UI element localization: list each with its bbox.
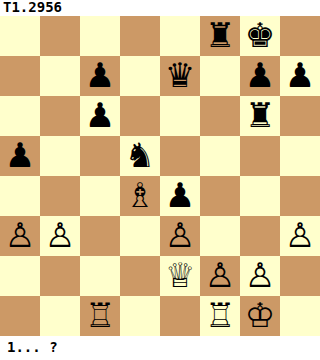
white-king-icon: ♔ xyxy=(245,295,275,335)
square-f5[interactable] xyxy=(200,136,240,176)
square-g1[interactable]: ♔ xyxy=(240,296,280,336)
square-b8[interactable] xyxy=(40,16,80,56)
move-prompt: 1... ? xyxy=(0,336,320,360)
square-h2[interactable] xyxy=(280,256,320,296)
square-g3[interactable] xyxy=(240,216,280,256)
square-h6[interactable] xyxy=(280,96,320,136)
square-a3[interactable]: ♙ xyxy=(0,216,40,256)
square-g6[interactable]: ♜ xyxy=(240,96,280,136)
square-h8[interactable] xyxy=(280,16,320,56)
square-a4[interactable] xyxy=(0,176,40,216)
square-g5[interactable] xyxy=(240,136,280,176)
black-rook-icon: ♜ xyxy=(205,15,235,55)
black-pawn-icon: ♟ xyxy=(85,55,115,95)
square-f6[interactable] xyxy=(200,96,240,136)
white-pawn-icon: ♙ xyxy=(165,215,195,255)
square-c5[interactable] xyxy=(80,136,120,176)
square-e8[interactable] xyxy=(160,16,200,56)
square-d4[interactable]: ♗ xyxy=(120,176,160,216)
white-rook-icon: ♖ xyxy=(85,295,115,335)
square-g7[interactable]: ♟ xyxy=(240,56,280,96)
square-g2[interactable]: ♙ xyxy=(240,256,280,296)
square-b7[interactable] xyxy=(40,56,80,96)
square-f7[interactable] xyxy=(200,56,240,96)
black-pawn-icon: ♟ xyxy=(245,55,275,95)
square-g8[interactable]: ♚ xyxy=(240,16,280,56)
white-bishop-icon: ♗ xyxy=(125,175,155,215)
square-h5[interactable] xyxy=(280,136,320,176)
square-b1[interactable] xyxy=(40,296,80,336)
square-b2[interactable] xyxy=(40,256,80,296)
square-e1[interactable] xyxy=(160,296,200,336)
square-d6[interactable] xyxy=(120,96,160,136)
square-c8[interactable] xyxy=(80,16,120,56)
square-b4[interactable] xyxy=(40,176,80,216)
square-h4[interactable] xyxy=(280,176,320,216)
square-e3[interactable]: ♙ xyxy=(160,216,200,256)
square-e4[interactable]: ♟ xyxy=(160,176,200,216)
square-d1[interactable] xyxy=(120,296,160,336)
black-pawn-icon: ♟ xyxy=(5,135,35,175)
white-rook-icon: ♖ xyxy=(205,295,235,335)
square-a1[interactable] xyxy=(0,296,40,336)
square-d2[interactable] xyxy=(120,256,160,296)
square-a2[interactable] xyxy=(0,256,40,296)
square-d7[interactable] xyxy=(120,56,160,96)
white-pawn-icon: ♙ xyxy=(205,255,235,295)
square-e6[interactable] xyxy=(160,96,200,136)
square-a8[interactable] xyxy=(0,16,40,56)
square-e5[interactable] xyxy=(160,136,200,176)
square-d5[interactable]: ♞ xyxy=(120,136,160,176)
white-pawn-icon: ♙ xyxy=(45,215,75,255)
square-a6[interactable] xyxy=(0,96,40,136)
square-b5[interactable] xyxy=(40,136,80,176)
black-pawn-icon: ♟ xyxy=(85,95,115,135)
white-pawn-icon: ♙ xyxy=(285,215,315,255)
chess-diagram-page: T1.2956 ♜♚♟♛♟♟♟♜♟♞♗♟♙♙♙♙♕♙♙♖♖♔ 1... ? xyxy=(0,0,320,360)
square-b6[interactable] xyxy=(40,96,80,136)
white-pawn-icon: ♙ xyxy=(245,255,275,295)
square-c4[interactable] xyxy=(80,176,120,216)
black-rook-icon: ♜ xyxy=(245,95,275,135)
square-h1[interactable] xyxy=(280,296,320,336)
square-g4[interactable] xyxy=(240,176,280,216)
chess-board: ♜♚♟♛♟♟♟♜♟♞♗♟♙♙♙♙♕♙♙♖♖♔ xyxy=(0,16,320,336)
square-e7[interactable]: ♛ xyxy=(160,56,200,96)
square-c1[interactable]: ♖ xyxy=(80,296,120,336)
square-d3[interactable] xyxy=(120,216,160,256)
black-pawn-icon: ♟ xyxy=(165,175,195,215)
square-a7[interactable] xyxy=(0,56,40,96)
black-queen-icon: ♛ xyxy=(165,55,195,95)
square-h3[interactable]: ♙ xyxy=(280,216,320,256)
square-e2[interactable]: ♕ xyxy=(160,256,200,296)
square-c3[interactable] xyxy=(80,216,120,256)
square-f8[interactable]: ♜ xyxy=(200,16,240,56)
square-f1[interactable]: ♖ xyxy=(200,296,240,336)
puzzle-title: T1.2956 xyxy=(0,0,320,16)
square-a5[interactable]: ♟ xyxy=(0,136,40,176)
square-c2[interactable] xyxy=(80,256,120,296)
white-queen-icon: ♕ xyxy=(165,255,195,295)
square-c7[interactable]: ♟ xyxy=(80,56,120,96)
white-pawn-icon: ♙ xyxy=(5,215,35,255)
black-knight-icon: ♞ xyxy=(125,135,155,175)
square-c6[interactable]: ♟ xyxy=(80,96,120,136)
square-d8[interactable] xyxy=(120,16,160,56)
square-f4[interactable] xyxy=(200,176,240,216)
square-f2[interactable]: ♙ xyxy=(200,256,240,296)
square-f3[interactable] xyxy=(200,216,240,256)
square-h7[interactable]: ♟ xyxy=(280,56,320,96)
black-king-icon: ♚ xyxy=(245,15,275,55)
square-b3[interactable]: ♙ xyxy=(40,216,80,256)
black-pawn-icon: ♟ xyxy=(285,55,315,95)
